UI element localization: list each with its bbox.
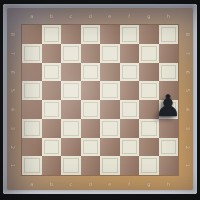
square-d2[interactable] bbox=[81, 138, 101, 157]
square-c8[interactable] bbox=[61, 25, 81, 44]
square-a7[interactable] bbox=[22, 44, 42, 63]
file-label-d: d bbox=[81, 11, 101, 21]
square-b3[interactable] bbox=[42, 119, 62, 138]
square-f1[interactable] bbox=[120, 156, 140, 175]
board-border: abcdefgh abcdefgh 87654321 87654321 ♟ bbox=[7, 8, 193, 190]
file-label-h: h bbox=[159, 11, 179, 21]
file-label-g: g bbox=[139, 180, 159, 189]
square-h7[interactable] bbox=[159, 44, 179, 63]
square-a6[interactable] bbox=[22, 63, 42, 82]
square-g8[interactable] bbox=[139, 25, 159, 44]
square-a5[interactable] bbox=[22, 81, 42, 100]
rank-label-8: 8 bbox=[3, 30, 22, 39]
square-h1[interactable] bbox=[159, 156, 179, 175]
rank-label-8: 8 bbox=[178, 30, 197, 39]
square-f3[interactable] bbox=[120, 119, 140, 138]
square-d3[interactable] bbox=[81, 119, 101, 138]
file-label-a: a bbox=[22, 180, 42, 189]
rank-label-3: 3 bbox=[3, 124, 22, 133]
file-label-g: g bbox=[139, 11, 159, 21]
square-g7[interactable] bbox=[139, 44, 159, 63]
square-c1[interactable] bbox=[61, 156, 81, 175]
square-e6[interactable] bbox=[100, 63, 120, 82]
square-f5[interactable] bbox=[120, 81, 140, 100]
file-label-e: e bbox=[100, 180, 120, 189]
square-e4[interactable] bbox=[100, 100, 120, 119]
file-label-c: c bbox=[61, 180, 81, 189]
file-label-c: c bbox=[61, 11, 81, 21]
square-d8[interactable] bbox=[81, 25, 101, 44]
square-f6[interactable] bbox=[120, 63, 140, 82]
rank-label-6: 6 bbox=[3, 67, 22, 76]
square-g2[interactable] bbox=[139, 138, 159, 157]
square-d7[interactable] bbox=[81, 44, 101, 63]
square-b6[interactable] bbox=[42, 63, 62, 82]
rank-labels-left: 87654321 bbox=[8, 25, 17, 175]
square-a4[interactable] bbox=[22, 100, 42, 119]
rank-label-7: 7 bbox=[3, 49, 22, 58]
square-c5[interactable] bbox=[61, 81, 81, 100]
rank-label-7: 7 bbox=[178, 49, 197, 58]
rank-label-4: 4 bbox=[3, 105, 22, 114]
square-a2[interactable] bbox=[22, 138, 42, 157]
square-g1[interactable] bbox=[139, 156, 159, 175]
rank-label-1: 1 bbox=[3, 161, 22, 170]
rank-label-2: 2 bbox=[178, 142, 197, 151]
square-f2[interactable] bbox=[120, 138, 140, 157]
square-h6[interactable] bbox=[159, 63, 179, 82]
file-label-f: f bbox=[120, 11, 140, 21]
rank-labels-right: 87654321 bbox=[183, 25, 192, 175]
file-label-f: f bbox=[120, 180, 140, 189]
square-a1[interactable] bbox=[22, 156, 42, 175]
square-e1[interactable] bbox=[100, 156, 120, 175]
square-e5[interactable] bbox=[100, 81, 120, 100]
chessboard-photo: abcdefgh abcdefgh 87654321 87654321 ♟ bbox=[0, 0, 200, 200]
square-h4[interactable]: ♟ bbox=[159, 100, 179, 119]
square-a3[interactable] bbox=[22, 119, 42, 138]
black-pawn[interactable]: ♟ bbox=[155, 91, 182, 121]
file-labels-bottom: abcdefgh bbox=[22, 180, 178, 189]
square-b2[interactable] bbox=[42, 138, 62, 157]
square-d1[interactable] bbox=[81, 156, 101, 175]
square-b1[interactable] bbox=[42, 156, 62, 175]
file-label-a: a bbox=[22, 11, 42, 21]
rank-label-5: 5 bbox=[3, 86, 22, 95]
square-b8[interactable] bbox=[42, 25, 62, 44]
square-d5[interactable] bbox=[81, 81, 101, 100]
square-c3[interactable] bbox=[61, 119, 81, 138]
rank-label-6: 6 bbox=[178, 67, 197, 76]
file-label-b: b bbox=[42, 11, 62, 21]
file-label-b: b bbox=[42, 180, 62, 189]
square-c2[interactable] bbox=[61, 138, 81, 157]
rank-label-3: 3 bbox=[178, 124, 197, 133]
square-e8[interactable] bbox=[100, 25, 120, 44]
file-label-e: e bbox=[100, 11, 120, 21]
square-h8[interactable] bbox=[159, 25, 179, 44]
square-e2[interactable] bbox=[100, 138, 120, 157]
file-label-d: d bbox=[81, 180, 101, 189]
square-c4[interactable] bbox=[61, 100, 81, 119]
square-b7[interactable] bbox=[42, 44, 62, 63]
square-f8[interactable] bbox=[120, 25, 140, 44]
rank-label-2: 2 bbox=[3, 142, 22, 151]
square-b4[interactable] bbox=[42, 100, 62, 119]
square-f4[interactable] bbox=[120, 100, 140, 119]
square-g6[interactable] bbox=[139, 63, 159, 82]
square-b5[interactable] bbox=[42, 81, 62, 100]
board-frame: abcdefgh abcdefgh 87654321 87654321 ♟ bbox=[3, 4, 197, 194]
file-label-h: h bbox=[159, 180, 179, 189]
square-e3[interactable] bbox=[100, 119, 120, 138]
square-e7[interactable] bbox=[100, 44, 120, 63]
square-c7[interactable] bbox=[61, 44, 81, 63]
chess-grid: ♟ bbox=[22, 25, 178, 175]
square-d4[interactable] bbox=[81, 100, 101, 119]
square-d6[interactable] bbox=[81, 63, 101, 82]
rank-label-1: 1 bbox=[178, 161, 197, 170]
square-c6[interactable] bbox=[61, 63, 81, 82]
square-h2[interactable] bbox=[159, 138, 179, 157]
square-f7[interactable] bbox=[120, 44, 140, 63]
file-labels-top: abcdefgh bbox=[22, 11, 178, 21]
square-a8[interactable] bbox=[22, 25, 42, 44]
